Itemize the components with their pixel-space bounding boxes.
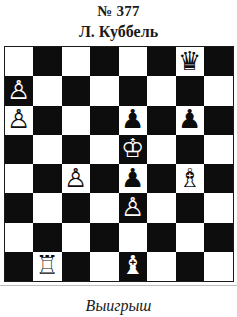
square-b8 <box>33 47 62 76</box>
composer-name: Л. Куббель <box>79 22 158 41</box>
square-f1 <box>147 252 176 281</box>
square-e3: ♙ <box>119 193 148 222</box>
square-a8 <box>5 47 34 76</box>
square-e7 <box>119 76 148 105</box>
square-d1 <box>90 252 119 281</box>
square-c4: ♙ <box>62 164 91 193</box>
square-f8 <box>147 47 176 76</box>
square-b5 <box>33 135 62 164</box>
square-g6: ♟ <box>176 106 205 135</box>
square-c8 <box>62 47 91 76</box>
square-b2 <box>33 223 62 252</box>
black-pawn-piece: ♟ <box>178 106 201 132</box>
square-e8 <box>119 47 148 76</box>
white-rook-piece: ♖ <box>36 252 59 278</box>
square-f3 <box>147 193 176 222</box>
square-e6: ♟ <box>119 106 148 135</box>
square-e2 <box>119 223 148 252</box>
square-h6 <box>204 106 233 135</box>
white-pawn-piece: ♙ <box>121 194 144 220</box>
square-f5 <box>147 135 176 164</box>
square-b3 <box>33 193 62 222</box>
stipulation-caption: Выигрыш <box>86 297 152 315</box>
square-h5 <box>204 135 233 164</box>
square-g4: ♗ <box>176 164 205 193</box>
square-b1: ♖ <box>33 252 62 281</box>
square-a5 <box>5 135 34 164</box>
square-b4 <box>33 164 62 193</box>
black-bishop-piece: ♝ <box>121 252 144 278</box>
square-c5 <box>62 135 91 164</box>
square-f4 <box>147 164 176 193</box>
square-h8 <box>204 47 233 76</box>
white-king-piece: ♔ <box>121 135 144 161</box>
square-f7 <box>147 76 176 105</box>
square-a6: ♙ <box>5 106 34 135</box>
square-a1 <box>5 252 34 281</box>
square-a3 <box>5 193 34 222</box>
square-h7 <box>204 76 233 105</box>
square-e5: ♔ <box>119 135 148 164</box>
square-g5 <box>176 135 205 164</box>
divider-line <box>0 285 237 286</box>
square-g3 <box>176 193 205 222</box>
square-d5 <box>90 135 119 164</box>
white-pawn-piece: ♙ <box>7 106 30 132</box>
square-a2 <box>5 223 34 252</box>
square-g2 <box>176 223 205 252</box>
square-a7: ♙ <box>5 76 34 105</box>
square-h1 <box>204 252 233 281</box>
square-h4 <box>204 164 233 193</box>
square-e1: ♝ <box>119 252 148 281</box>
square-d3 <box>90 193 119 222</box>
square-g7 <box>176 76 205 105</box>
square-b7 <box>33 76 62 105</box>
square-h3 <box>204 193 233 222</box>
black-pawn-piece: ♟ <box>121 106 144 132</box>
square-a4 <box>5 164 34 193</box>
square-d2 <box>90 223 119 252</box>
square-g8: ♛ <box>176 47 205 76</box>
square-c1 <box>62 252 91 281</box>
white-pawn-piece: ♙ <box>7 77 30 103</box>
square-d7 <box>90 76 119 105</box>
square-f6 <box>147 106 176 135</box>
square-f2 <box>147 223 176 252</box>
white-pawn-piece: ♙ <box>64 165 87 191</box>
square-c2 <box>62 223 91 252</box>
diagram-page: № 377 Л. Куббель ♛♙♙♟♟♔♙♟♗♙♖♝ Выигрыш <box>0 0 237 317</box>
square-d4 <box>90 164 119 193</box>
square-h2 <box>204 223 233 252</box>
square-c3 <box>62 193 91 222</box>
problem-number: № 377 <box>97 3 140 20</box>
square-d8 <box>90 47 119 76</box>
square-c6 <box>62 106 91 135</box>
square-e4: ♟ <box>119 164 148 193</box>
square-d6 <box>90 106 119 135</box>
black-pawn-piece: ♟ <box>121 165 144 191</box>
white-bishop-piece: ♗ <box>178 165 201 191</box>
square-g1 <box>176 252 205 281</box>
black-queen-piece: ♛ <box>178 48 201 74</box>
chess-board: ♛♙♙♟♟♔♙♟♗♙♖♝ <box>4 46 234 282</box>
square-c7 <box>62 76 91 105</box>
square-b6 <box>33 106 62 135</box>
